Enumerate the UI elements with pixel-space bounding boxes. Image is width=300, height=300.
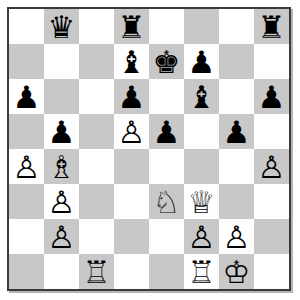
square-f1[interactable]: ♖ (184, 254, 219, 289)
square-f7[interactable]: ♟ (184, 44, 219, 79)
square-h4[interactable]: ♙ (254, 149, 289, 184)
square-g1[interactable]: ♔ (219, 254, 254, 289)
square-g3[interactable] (219, 184, 254, 219)
black-king: ♚ (149, 44, 184, 79)
white-pawn: ♙ (44, 219, 79, 254)
chess-diagram: ♛♜♜♝♚♟♟♟♝♟♟♙♟♟♙♗♙♙♘♕♙♙♙♖♖♔ (0, 0, 300, 300)
square-f6[interactable]: ♝ (184, 79, 219, 114)
square-d8[interactable]: ♜ (114, 9, 149, 44)
chess-board-frame: ♛♜♜♝♚♟♟♟♝♟♟♙♟♟♙♗♙♙♘♕♙♙♙♖♖♔ (7, 7, 291, 291)
square-e7[interactable]: ♚ (149, 44, 184, 79)
square-g4[interactable] (219, 149, 254, 184)
square-c1[interactable]: ♖ (79, 254, 114, 289)
square-f5[interactable] (184, 114, 219, 149)
square-a7[interactable] (9, 44, 44, 79)
white-rook: ♖ (184, 254, 219, 289)
square-h2[interactable] (254, 219, 289, 254)
square-b6[interactable] (44, 79, 79, 114)
white-pawn: ♙ (219, 219, 254, 254)
square-a5[interactable] (9, 114, 44, 149)
square-e8[interactable] (149, 9, 184, 44)
square-c3[interactable] (79, 184, 114, 219)
white-rook: ♖ (79, 254, 114, 289)
square-d4[interactable] (114, 149, 149, 184)
square-c5[interactable] (79, 114, 114, 149)
square-b7[interactable] (44, 44, 79, 79)
square-g6[interactable] (219, 79, 254, 114)
black-pawn: ♟ (184, 44, 219, 79)
square-a3[interactable] (9, 184, 44, 219)
square-a2[interactable] (9, 219, 44, 254)
square-a8[interactable] (9, 9, 44, 44)
square-f3[interactable]: ♕ (184, 184, 219, 219)
square-c8[interactable] (79, 9, 114, 44)
black-rook: ♜ (254, 9, 289, 44)
square-f2[interactable]: ♙ (184, 219, 219, 254)
white-pawn: ♙ (9, 149, 44, 184)
square-d3[interactable] (114, 184, 149, 219)
square-e3[interactable]: ♘ (149, 184, 184, 219)
black-bishop: ♝ (184, 79, 219, 114)
square-b2[interactable]: ♙ (44, 219, 79, 254)
white-pawn: ♙ (254, 149, 289, 184)
square-b4[interactable]: ♗ (44, 149, 79, 184)
square-c4[interactable] (79, 149, 114, 184)
black-pawn: ♟ (114, 79, 149, 114)
white-queen: ♕ (184, 184, 219, 219)
square-g2[interactable]: ♙ (219, 219, 254, 254)
square-g5[interactable]: ♟ (219, 114, 254, 149)
square-h1[interactable] (254, 254, 289, 289)
white-bishop: ♗ (44, 149, 79, 184)
black-pawn: ♟ (219, 114, 254, 149)
white-pawn: ♙ (114, 114, 149, 149)
square-a1[interactable] (9, 254, 44, 289)
square-b5[interactable]: ♟ (44, 114, 79, 149)
chess-board: ♛♜♜♝♚♟♟♟♝♟♟♙♟♟♙♗♙♙♘♕♙♙♙♖♖♔ (9, 9, 289, 289)
black-rook: ♜ (114, 9, 149, 44)
white-pawn: ♙ (184, 219, 219, 254)
square-c6[interactable] (79, 79, 114, 114)
white-pawn: ♙ (44, 184, 79, 219)
square-a6[interactable]: ♟ (9, 79, 44, 114)
square-h5[interactable] (254, 114, 289, 149)
square-f8[interactable] (184, 9, 219, 44)
square-e2[interactable] (149, 219, 184, 254)
square-h3[interactable] (254, 184, 289, 219)
square-b8[interactable]: ♛ (44, 9, 79, 44)
square-d2[interactable] (114, 219, 149, 254)
square-g8[interactable] (219, 9, 254, 44)
square-b3[interactable]: ♙ (44, 184, 79, 219)
square-e1[interactable] (149, 254, 184, 289)
square-d5[interactable]: ♙ (114, 114, 149, 149)
square-e5[interactable]: ♟ (149, 114, 184, 149)
square-c2[interactable] (79, 219, 114, 254)
black-pawn: ♟ (254, 79, 289, 114)
square-g7[interactable] (219, 44, 254, 79)
square-h6[interactable]: ♟ (254, 79, 289, 114)
square-d7[interactable]: ♝ (114, 44, 149, 79)
black-pawn: ♟ (44, 114, 79, 149)
white-knight: ♘ (149, 184, 184, 219)
square-b1[interactable] (44, 254, 79, 289)
black-pawn: ♟ (9, 79, 44, 114)
square-f4[interactable] (184, 149, 219, 184)
square-h7[interactable] (254, 44, 289, 79)
square-a4[interactable]: ♙ (9, 149, 44, 184)
square-e4[interactable] (149, 149, 184, 184)
square-c7[interactable] (79, 44, 114, 79)
square-h8[interactable]: ♜ (254, 9, 289, 44)
black-bishop: ♝ (114, 44, 149, 79)
square-d6[interactable]: ♟ (114, 79, 149, 114)
square-e6[interactable] (149, 79, 184, 114)
square-d1[interactable] (114, 254, 149, 289)
white-king: ♔ (219, 254, 254, 289)
black-queen: ♛ (44, 9, 79, 44)
black-pawn: ♟ (149, 114, 184, 149)
